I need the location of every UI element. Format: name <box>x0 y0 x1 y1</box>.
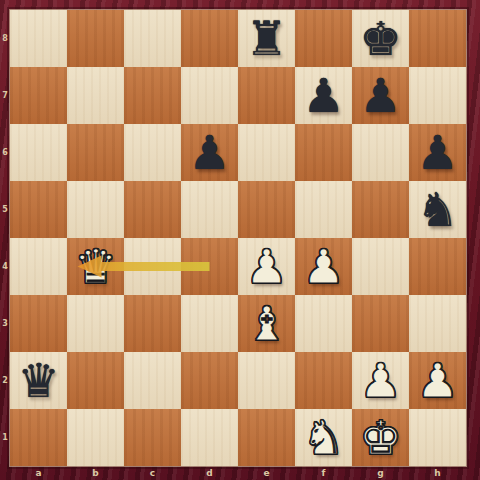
square-b1[interactable] <box>67 409 124 466</box>
square-h6[interactable]: ♟ <box>409 124 466 181</box>
square-g8[interactable]: ♚ <box>352 10 409 67</box>
rank-label-6: 6 <box>0 124 10 181</box>
file-label-g: g <box>352 466 409 480</box>
rank-label-8: 8 <box>0 10 10 67</box>
square-d1[interactable] <box>181 409 238 466</box>
square-d3[interactable] <box>181 295 238 352</box>
square-h5[interactable]: ♞ <box>409 181 466 238</box>
square-e7[interactable] <box>238 67 295 124</box>
piece-black-pawn[interactable]: ♟ <box>416 129 458 176</box>
piece-black-knight[interactable]: ♞ <box>416 186 458 233</box>
piece-white-knight[interactable]: ♞ <box>302 414 344 461</box>
square-f2[interactable] <box>295 352 352 409</box>
piece-white-queen[interactable]: ♛ <box>74 243 116 290</box>
piece-white-bishop[interactable]: ♝ <box>245 300 287 347</box>
rank-label-5: 5 <box>0 181 10 238</box>
piece-white-pawn[interactable]: ♟ <box>245 243 287 290</box>
square-f7[interactable]: ♟ <box>295 67 352 124</box>
square-f4[interactable]: ♟ <box>295 238 352 295</box>
square-c5[interactable] <box>124 181 181 238</box>
square-d8[interactable] <box>181 10 238 67</box>
rank-labels: 87654321 <box>0 10 10 466</box>
file-label-b: b <box>67 466 124 480</box>
square-f3[interactable] <box>295 295 352 352</box>
square-e5[interactable] <box>238 181 295 238</box>
square-a7[interactable] <box>10 67 67 124</box>
square-c7[interactable] <box>124 67 181 124</box>
square-a5[interactable] <box>10 181 67 238</box>
square-a6[interactable] <box>10 124 67 181</box>
square-h1[interactable] <box>409 409 466 466</box>
rank-label-1: 1 <box>0 409 10 466</box>
square-b8[interactable] <box>67 10 124 67</box>
file-labels: abcdefgh <box>10 466 466 480</box>
square-c4[interactable] <box>124 238 181 295</box>
square-a8[interactable] <box>10 10 67 67</box>
square-f8[interactable] <box>295 10 352 67</box>
square-h7[interactable] <box>409 67 466 124</box>
square-g5[interactable] <box>352 181 409 238</box>
square-c8[interactable] <box>124 10 181 67</box>
square-d2[interactable] <box>181 352 238 409</box>
board-grid: ♜♚♟♟♟♟♞♛♟♟♝♛♟♟♞♚ <box>10 10 466 466</box>
rank-label-2: 2 <box>0 352 10 409</box>
file-label-e: e <box>238 466 295 480</box>
piece-white-king[interactable]: ♚ <box>359 414 401 461</box>
rank-label-7: 7 <box>0 67 10 124</box>
file-label-d: d <box>181 466 238 480</box>
square-f5[interactable] <box>295 181 352 238</box>
chess-board-screenshot: ♜♚♟♟♟♟♞♛♟♟♝♛♟♟♞♚ 87654321 abcdefgh <box>0 0 480 480</box>
piece-black-pawn[interactable]: ♟ <box>188 129 230 176</box>
file-label-c: c <box>124 466 181 480</box>
square-e6[interactable] <box>238 124 295 181</box>
square-g6[interactable] <box>352 124 409 181</box>
square-f6[interactable] <box>295 124 352 181</box>
file-label-f: f <box>295 466 352 480</box>
piece-black-pawn[interactable]: ♟ <box>302 72 344 119</box>
square-f1[interactable]: ♞ <box>295 409 352 466</box>
piece-black-pawn[interactable]: ♟ <box>359 72 401 119</box>
square-d6[interactable]: ♟ <box>181 124 238 181</box>
square-g1[interactable]: ♚ <box>352 409 409 466</box>
square-a3[interactable] <box>10 295 67 352</box>
square-b6[interactable] <box>67 124 124 181</box>
square-a4[interactable] <box>10 238 67 295</box>
square-e4[interactable]: ♟ <box>238 238 295 295</box>
square-b7[interactable] <box>67 67 124 124</box>
square-c2[interactable] <box>124 352 181 409</box>
square-g2[interactable]: ♟ <box>352 352 409 409</box>
piece-black-queen[interactable]: ♛ <box>17 357 59 404</box>
square-d4[interactable] <box>181 238 238 295</box>
square-e3[interactable]: ♝ <box>238 295 295 352</box>
square-h2[interactable]: ♟ <box>409 352 466 409</box>
square-d7[interactable] <box>181 67 238 124</box>
square-h8[interactable] <box>409 10 466 67</box>
square-b4[interactable]: ♛ <box>67 238 124 295</box>
piece-white-pawn[interactable]: ♟ <box>359 357 401 404</box>
piece-white-pawn[interactable]: ♟ <box>416 357 458 404</box>
square-c3[interactable] <box>124 295 181 352</box>
square-c6[interactable] <box>124 124 181 181</box>
square-e8[interactable]: ♜ <box>238 10 295 67</box>
square-g3[interactable] <box>352 295 409 352</box>
square-a2[interactable]: ♛ <box>10 352 67 409</box>
square-h3[interactable] <box>409 295 466 352</box>
square-c1[interactable] <box>124 409 181 466</box>
square-g7[interactable]: ♟ <box>352 67 409 124</box>
file-label-h: h <box>409 466 466 480</box>
rank-label-3: 3 <box>0 295 10 352</box>
piece-black-rook[interactable]: ♜ <box>245 15 287 62</box>
square-b3[interactable] <box>67 295 124 352</box>
square-b2[interactable] <box>67 352 124 409</box>
square-g4[interactable] <box>352 238 409 295</box>
square-e1[interactable] <box>238 409 295 466</box>
file-label-a: a <box>10 466 67 480</box>
square-a1[interactable] <box>10 409 67 466</box>
rank-label-4: 4 <box>0 238 10 295</box>
piece-black-king[interactable]: ♚ <box>359 15 401 62</box>
square-e2[interactable] <box>238 352 295 409</box>
square-h4[interactable] <box>409 238 466 295</box>
piece-white-pawn[interactable]: ♟ <box>302 243 344 290</box>
square-d5[interactable] <box>181 181 238 238</box>
square-b5[interactable] <box>67 181 124 238</box>
